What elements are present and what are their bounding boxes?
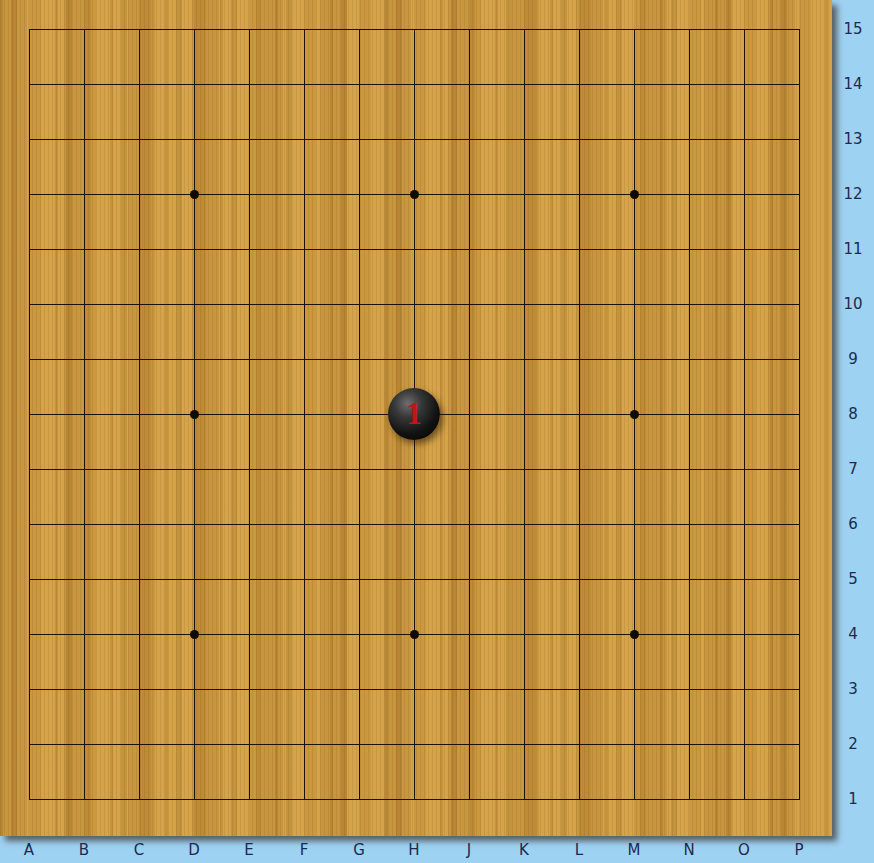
go-app: 1 ABCDEFGHJKLMNOP 151413121110987654321 — [0, 0, 874, 863]
row-label-4: 4 — [832, 625, 874, 643]
star-point-d12 — [190, 190, 199, 199]
go-board[interactable]: 1 — [0, 0, 832, 836]
star-point-h12 — [410, 190, 419, 199]
star-point-m8 — [630, 410, 639, 419]
column-label-b: B — [79, 841, 89, 859]
row-label-11: 11 — [832, 240, 874, 258]
row-label-7: 7 — [832, 460, 874, 478]
column-label-f: F — [300, 841, 309, 859]
column-label-a: A — [24, 841, 34, 859]
column-label-j: J — [467, 841, 471, 859]
row-label-3: 3 — [832, 680, 874, 698]
row-label-8: 8 — [832, 405, 874, 423]
star-point-m4 — [630, 630, 639, 639]
column-label-p: P — [794, 841, 803, 859]
column-label-e: E — [244, 841, 253, 859]
row-label-2: 2 — [832, 735, 874, 753]
row-label-15: 15 — [832, 20, 874, 38]
column-label-h: H — [408, 841, 419, 859]
column-label-n: N — [683, 841, 694, 859]
row-label-9: 9 — [832, 350, 874, 368]
column-label-o: O — [738, 841, 750, 859]
row-labels: 151413121110987654321 — [832, 0, 874, 836]
row-label-14: 14 — [832, 75, 874, 93]
row-label-10: 10 — [832, 295, 874, 313]
column-label-k: K — [519, 841, 529, 859]
star-point-h4 — [410, 630, 419, 639]
black-stone-h8[interactable]: 1 — [388, 388, 440, 440]
row-label-13: 13 — [832, 130, 874, 148]
column-label-d: D — [188, 841, 200, 859]
column-label-c: C — [134, 841, 144, 859]
row-label-12: 12 — [832, 185, 874, 203]
column-labels: ABCDEFGHJKLMNOP — [0, 836, 832, 863]
column-label-l: L — [575, 841, 583, 859]
star-point-d4 — [190, 630, 199, 639]
column-label-g: G — [353, 841, 365, 859]
row-label-6: 6 — [832, 515, 874, 533]
star-point-m12 — [630, 190, 639, 199]
row-label-1: 1 — [832, 790, 874, 808]
row-label-5: 5 — [832, 570, 874, 588]
move-number: 1 — [406, 398, 422, 429]
star-point-d8 — [190, 410, 199, 419]
column-label-m: M — [628, 841, 641, 859]
